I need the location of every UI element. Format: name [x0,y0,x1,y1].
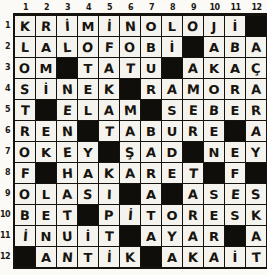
cell-r8c8[interactable]: E [162,163,182,183]
cell-r4c3[interactable]: N [57,79,77,99]
cell-r6c3[interactable]: N [57,121,77,141]
row-label-4: 4 [0,78,13,99]
col-label-10: 10 [204,1,225,13]
cell-r10c2[interactable]: E [36,205,56,225]
cell-r5c8[interactable]: S [162,100,182,120]
cell-r4c7[interactable]: R [141,79,161,99]
cell-letter: İ [86,230,91,243]
cell-letter: E [230,188,240,201]
cell-letter: E [188,103,197,116]
cell-letter: A [146,230,156,243]
cell-letter: A [188,229,199,242]
cell-r2c4[interactable]: O [78,37,98,57]
cell-letter: T [20,103,29,116]
cell-r10c7[interactable]: T [141,205,161,225]
cell-r7c2[interactable]: K [36,142,56,162]
cell-r7c10[interactable]: N [204,142,224,162]
cell-letter: A [251,40,262,54]
cell-r6c6[interactable]: A [120,121,140,141]
cell-r4c12[interactable]: A [246,79,266,99]
cell-letter: O [124,40,136,54]
cell-letter: İ [233,251,238,264]
cell-letter: E [42,209,51,222]
cell-letter: R [20,124,30,137]
cell-letter: Ş [125,145,135,158]
cell-r9c7[interactable]: A [141,184,161,204]
cell-letter: E [210,209,219,222]
cell-letter: İ [64,19,70,32]
cell-letter: N [61,251,73,264]
cell-r9c4[interactable]: S [78,184,98,204]
cell-r9c3[interactable]: A [57,184,77,204]
cell-letter: B [230,41,241,54]
cell-r9c11[interactable]: E [225,184,245,204]
cell-letter: L [42,188,50,201]
cell-r2c8[interactable]: İ [162,37,182,57]
cell-r11c1[interactable]: İ [15,226,35,246]
cell-r10c12[interactable]: K [246,205,266,225]
col-label-5: 5 [99,1,120,13]
cell-r6c10[interactable]: E [204,121,224,141]
col-label-1: 1 [15,1,36,13]
cell-r7c4[interactable]: Y [78,142,98,162]
cell-letter: M [82,20,95,33]
cell-letter: N [41,230,52,243]
cell-r8c7[interactable]: R [141,163,161,183]
cell-letter: K [209,62,219,75]
cell-r5c5[interactable]: A [99,100,119,120]
cell-letter: İ [127,209,133,222]
cell-letter: O [166,209,177,222]
cell-r12c3[interactable]: N [57,247,77,267]
cell-letter: K [104,166,115,179]
cell-letter: İ [170,41,175,54]
cell-r6c5[interactable]: T [99,121,119,141]
cell-letter: A [188,187,199,200]
cell-r6c2[interactable]: E [36,121,56,141]
cell-r3c5[interactable]: A [99,58,119,78]
cell-r11c2[interactable]: N [36,226,56,246]
cell-letter: F [104,40,113,53]
cell-r2c7[interactable]: B [141,37,161,57]
cell-r10c11[interactable]: S [225,205,245,225]
cell-letter: A [251,229,262,243]
cell-r7c11[interactable]: E [225,142,245,162]
cell-letter: A [125,166,136,180]
cell-r11c6 [120,226,140,246]
cell-r1c4[interactable]: M [78,16,98,36]
cell-letter: E [84,83,93,96]
row-label-2: 2 [0,36,13,57]
cell-letter: İ [106,19,111,32]
row-labels: 123456789101112 [0,15,13,267]
cell-letter: T [104,125,114,138]
cell-r11c8[interactable]: Y [162,226,182,246]
cell-r8c3[interactable]: H [57,163,77,183]
cell-letter: A [104,61,115,74]
cell-r12c11[interactable]: İ [225,247,245,267]
cell-letter: A [41,41,51,54]
cell-r8c6[interactable]: A [120,163,140,183]
cell-r8c2 [36,163,56,183]
cell-letter: N [61,82,73,96]
cell-letter: T [104,229,113,242]
row-label-3: 3 [0,57,13,78]
cell-r5c11[interactable]: E [225,100,245,120]
cell-r5c3[interactable]: E [57,100,77,120]
cell-r12c8[interactable]: A [162,247,182,267]
cell-r12c6[interactable]: K [120,247,140,267]
cell-r9c10[interactable]: S [204,184,224,204]
cell-letter: T [62,208,72,221]
cell-letter: I [106,187,111,200]
cell-r10c5[interactable]: P [99,205,119,225]
cell-r4c4[interactable]: E [78,79,98,99]
cell-letter: T [251,250,261,263]
cell-r2c10[interactable]: A [204,37,224,57]
cell-r3c4[interactable]: T [78,58,98,78]
cell-r5c12[interactable]: R [246,100,266,120]
cell-r9c9[interactable]: A [183,184,203,204]
column-labels: 123456789101112 [15,1,267,13]
cell-letter: İ [106,250,111,263]
cell-r2c12[interactable]: A [246,37,266,57]
cell-r3c3 [57,58,77,78]
cell-r2c2[interactable]: A [36,37,56,57]
cell-r6c4 [78,121,98,141]
cell-r3c10[interactable]: K [204,58,224,78]
cell-letter: R [209,230,219,243]
cell-r9c5[interactable]: I [99,184,119,204]
cell-letter: L [168,20,176,33]
cell-letter: R [188,208,198,221]
cell-letter: T [188,167,198,180]
cell-r12c4[interactable]: T [78,247,98,267]
cell-letter: M [186,82,199,95]
cell-letter: A [209,41,219,54]
cell-r7c6[interactable]: Ş [120,142,140,162]
cell-letter: E [210,125,219,138]
cell-r8c1[interactable]: F [15,163,35,183]
crossword-puzzle: 123456789101112 123456789101112 KRİMİNOL… [0,0,267,275]
cell-letter: B [20,208,30,221]
cell-r11c4[interactable]: İ [78,226,98,246]
cell-r10c1[interactable]: B [15,205,35,225]
cell-letter: A [230,62,240,75]
cell-letter: A [146,146,157,159]
col-label-7: 7 [141,1,162,13]
cell-letter: R [230,83,240,96]
cell-r4c8[interactable]: A [162,79,182,99]
cell-letter: A [209,251,220,264]
cell-r5c4[interactable]: L [78,100,98,120]
cell-letter: J [212,20,217,33]
cell-r9c12[interactable]: S [246,184,266,204]
cell-r10c10[interactable]: E [204,205,224,225]
cell-letter: L [63,40,72,53]
cell-r5c7 [141,100,161,120]
col-label-9: 9 [183,1,204,13]
cell-letter: R [41,20,52,33]
cell-r5c10[interactable]: B [204,100,224,120]
cell-letter: T [84,62,93,75]
cell-letter: N [209,146,220,159]
cell-r2c3[interactable]: L [57,37,77,57]
cell-letter: B [146,125,156,138]
cell-r4c9[interactable]: M [183,79,203,99]
cell-letter: B [209,104,220,117]
cell-letter: F [20,166,29,179]
cell-letter: K [125,250,136,264]
cell-r6c11 [225,121,245,141]
col-label-11: 11 [225,1,246,13]
cell-r1c10[interactable]: J [204,16,224,36]
cell-letter: T [125,62,135,75]
cell-letter: A [104,103,115,116]
cell-letter: T [147,209,156,222]
cell-letter: E [42,125,51,138]
row-label-9: 9 [0,183,13,204]
cell-letter: O [187,20,199,33]
cell-letter: S [251,187,261,200]
cell-letter: A [62,187,73,201]
row-label-8: 8 [0,162,13,183]
cell-r12c12[interactable]: T [246,247,266,267]
cell-letter: A [167,251,177,264]
cell-r2c6[interactable]: O [120,37,140,57]
cell-letter: E [62,104,72,117]
cell-r2c11[interactable]: B [225,37,245,57]
cell-r1c3[interactable]: İ [57,16,77,36]
cell-letter: K [20,19,31,32]
col-label-6: 6 [120,1,141,13]
cell-r12c9[interactable]: K [183,247,203,267]
cell-r10c3[interactable]: T [57,205,77,225]
cell-letter: R [146,83,156,96]
cell-letter: P [104,208,114,221]
cell-letter: Y [167,230,177,243]
cell-r4c5[interactable]: K [99,79,119,99]
cell-letter: O [19,145,31,158]
cell-r8c11[interactable]: F [225,163,245,183]
cell-r5c2 [36,100,56,120]
cell-r4c2[interactable]: İ [36,79,56,99]
cell-letter: O [208,83,219,96]
cell-letter: O [19,61,31,74]
cell-r6c9[interactable]: R [183,121,203,141]
cell-r1c7[interactable]: O [141,16,161,36]
cell-letter: A [41,251,51,264]
cell-r3c8 [162,58,182,78]
cell-letter: A [125,124,136,138]
cell-letter: S [209,188,218,201]
cell-r10c6[interactable]: İ [120,205,140,225]
cell-letter: U [61,229,72,243]
cell-letter: M [40,62,53,75]
col-label-4: 4 [78,1,99,13]
cell-r8c5[interactable]: K [99,163,119,183]
cell-r8c4[interactable]: A [78,163,98,183]
cell-r11c5[interactable]: T [99,226,119,246]
col-label-2: 2 [36,1,57,13]
cell-letter: K [188,250,199,263]
cell-r1c2[interactable]: R [36,16,56,36]
cell-r11c3[interactable]: U [57,226,77,246]
col-label-3: 3 [57,1,78,13]
cell-letter: A [188,61,199,74]
cell-r6c12[interactable]: A [246,121,266,141]
cell-r11c7[interactable]: A [141,226,161,246]
col-label-12: 12 [246,1,267,13]
cell-r4c10[interactable]: O [204,79,224,99]
cell-r12c5[interactable]: İ [99,247,119,267]
row-label-12: 12 [0,246,13,267]
cell-letter: D [167,146,178,159]
cell-r11c9[interactable]: A [183,226,203,246]
cell-r12c2[interactable]: A [36,247,56,267]
crossword-board: KRİMİNOLOJİLALOFOBİABAOMTATUAKAÇSİNEKRAM… [13,13,267,269]
cell-letter: E [168,167,177,180]
cell-letter: O [82,41,94,54]
cell-r3c1[interactable]: O [15,58,35,78]
cell-r10c4 [78,205,98,225]
cell-letter: U [167,125,178,138]
cell-letter: A [83,167,93,180]
cell-letter: M [123,103,137,117]
cell-letter: O [145,20,156,33]
cell-letter: L [84,104,92,117]
cell-letter: K [41,146,51,159]
cell-letter: N [61,124,73,138]
cell-letter: İ [233,20,238,33]
cell-r1c12 [246,16,266,36]
cell-r4c1[interactable]: S [15,79,35,99]
cell-r8c10 [204,163,224,183]
cell-r3c2[interactable]: M [36,58,56,78]
cell-letter: E [62,145,72,158]
cell-letter: F [231,167,240,180]
cell-letter: Ç [251,61,261,74]
cell-r3c11[interactable]: A [225,58,245,78]
cell-letter: R [146,167,156,180]
cell-r4c6 [120,79,140,99]
cell-r7c9 [183,142,203,162]
cell-letter: İ [22,230,28,243]
cell-letter: L [21,40,30,53]
cell-r7c3[interactable]: E [57,142,77,162]
cell-r7c5 [99,142,119,162]
cell-letter: A [251,125,262,138]
cell-r5c6[interactable]: M [120,100,140,120]
cell-letter: R [251,103,262,117]
cell-r3c9[interactable]: A [183,58,203,78]
cell-r7c12[interactable]: Y [246,142,266,162]
cell-letter: B [146,41,156,54]
cell-r7c8[interactable]: D [162,142,182,162]
cell-r6c7[interactable]: B [141,121,161,141]
cell-r3c6[interactable]: T [120,58,140,78]
cell-r8c9[interactable]: T [183,163,203,183]
cell-r9c2[interactable]: L [36,184,56,204]
cell-r3c12[interactable]: Ç [246,58,266,78]
row-label-11: 11 [0,225,13,246]
cell-r1c9[interactable]: O [183,16,203,36]
row-label-6: 6 [0,120,13,141]
cell-letter: K [104,82,115,95]
cell-letter: S [167,104,176,117]
cell-letter: H [61,166,73,180]
cell-letter: Y [251,145,261,158]
cell-letter: S [230,209,239,222]
cell-letter: R [188,124,198,137]
cell-r10c9[interactable]: R [183,205,203,225]
cell-r2c1[interactable]: L [15,37,35,57]
col-label-8: 8 [162,1,183,13]
cell-r10c8[interactable]: O [162,205,182,225]
cell-r6c8[interactable]: U [162,121,182,141]
cell-letter: O [19,187,31,200]
cell-r8c12 [246,163,266,183]
row-label-1: 1 [0,15,13,36]
cell-r9c8 [162,184,182,204]
cell-letter: Y [83,146,92,159]
cell-r2c9 [183,37,203,57]
cell-r6c1[interactable]: R [15,121,35,141]
cell-r9c1[interactable]: O [15,184,35,204]
row-label-10: 10 [0,204,13,225]
cell-letter: S [83,188,93,201]
cell-letter: U [146,62,157,75]
cell-letter: K [251,208,262,222]
cell-letter: E [231,104,240,117]
cell-r1c6[interactable]: N [120,16,140,36]
cell-r12c10[interactable]: A [204,247,224,267]
cell-r12c1 [15,247,35,267]
cell-r1c8[interactable]: L [162,16,182,36]
row-label-5: 5 [0,99,13,120]
cell-r11c10[interactable]: R [204,226,224,246]
cell-letter: S [20,83,30,96]
cell-r1c5[interactable]: İ [99,16,119,36]
cell-r1c1[interactable]: K [15,16,35,36]
cell-r7c7[interactable]: A [141,142,161,162]
cell-letter: N [124,19,136,33]
cell-letter: İ [44,83,49,96]
cell-r3c7[interactable]: U [141,58,161,78]
cell-letter: E [231,146,240,159]
cell-r5c1[interactable]: T [15,100,35,120]
cell-r11c11 [225,226,245,246]
cell-r7c1[interactable]: O [15,142,35,162]
cell-letter: A [167,83,178,96]
cell-r12c7 [141,247,161,267]
cell-r9c6 [120,184,140,204]
cell-r1c11[interactable]: İ [225,16,245,36]
cell-r11c12[interactable]: A [246,226,266,246]
cell-r5c9[interactable]: E [183,100,203,120]
cell-r4c11[interactable]: R [225,79,245,99]
cell-letter: A [251,82,262,96]
cell-letter: T [84,251,93,264]
row-label-7: 7 [0,141,13,162]
cell-letter: A [146,188,156,201]
cell-r2c5[interactable]: F [99,37,119,57]
